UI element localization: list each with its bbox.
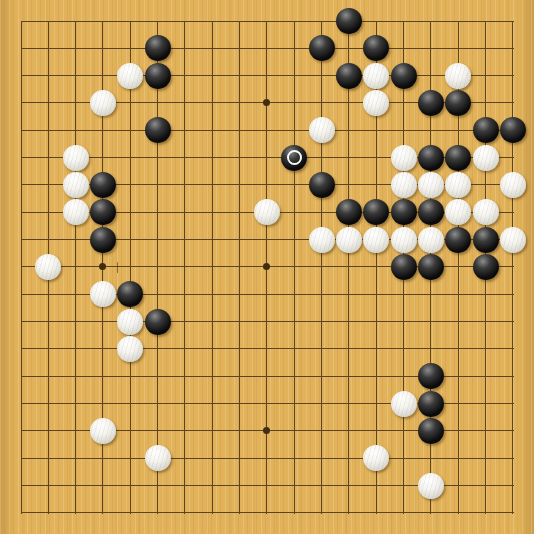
black-stone (309, 172, 335, 198)
black-stone (500, 117, 526, 143)
white-stone (445, 63, 471, 89)
white-stone (473, 145, 499, 171)
black-stone (145, 63, 171, 89)
last-move-marker (287, 150, 302, 165)
stones-grid[interactable] (7, 7, 526, 526)
black-stone (336, 199, 362, 225)
white-stone (63, 172, 89, 198)
white-stone (336, 227, 362, 253)
black-stone (90, 172, 116, 198)
black-stone (418, 199, 444, 225)
white-stone (117, 309, 143, 335)
black-stone (90, 227, 116, 253)
black-stone (145, 309, 171, 335)
black-stone (336, 63, 362, 89)
white-stone (500, 172, 526, 198)
black-stone (363, 35, 389, 61)
black-stone (418, 145, 444, 171)
white-stone (145, 445, 171, 471)
white-stone (35, 254, 61, 280)
black-stone (418, 90, 444, 116)
black-stone (391, 63, 417, 89)
black-stone (445, 90, 471, 116)
black-stone (117, 281, 143, 307)
black-stone (418, 418, 444, 444)
white-stone (391, 172, 417, 198)
black-stone (145, 117, 171, 143)
white-stone (391, 227, 417, 253)
black-stone (145, 35, 171, 61)
black-stone (309, 35, 335, 61)
black-stone (363, 199, 389, 225)
white-stone (500, 227, 526, 253)
black-stone (445, 227, 471, 253)
black-stone (391, 199, 417, 225)
black-stone (473, 117, 499, 143)
black-stone (281, 145, 307, 171)
white-stone (117, 336, 143, 362)
white-stone (309, 227, 335, 253)
white-stone (363, 227, 389, 253)
white-stone (363, 63, 389, 89)
white-stone (363, 445, 389, 471)
white-stone (254, 199, 280, 225)
black-stone (90, 199, 116, 225)
white-stone (391, 391, 417, 417)
white-stone (117, 63, 143, 89)
white-stone (418, 227, 444, 253)
black-stone (445, 145, 471, 171)
black-stone (473, 227, 499, 253)
white-stone (391, 145, 417, 171)
white-stone (309, 117, 335, 143)
go-board[interactable] (0, 0, 534, 534)
white-stone (90, 90, 116, 116)
white-stone (90, 418, 116, 444)
white-stone (363, 90, 389, 116)
black-stone (418, 363, 444, 389)
white-stone (90, 281, 116, 307)
black-stone (391, 254, 417, 280)
white-stone (445, 199, 471, 225)
black-stone (336, 8, 362, 34)
black-stone (418, 391, 444, 417)
white-stone (418, 172, 444, 198)
black-stone (473, 254, 499, 280)
white-stone (445, 172, 471, 198)
white-stone (418, 473, 444, 499)
white-stone (63, 145, 89, 171)
black-stone (418, 254, 444, 280)
white-stone (473, 199, 499, 225)
white-stone (63, 199, 89, 225)
